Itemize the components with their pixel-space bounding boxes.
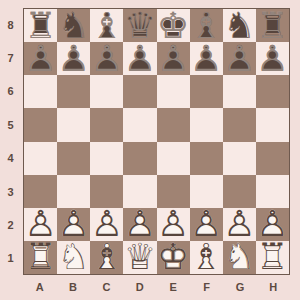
file-label-d: D — [123, 277, 156, 297]
piece-black-pawn[interactable]: ♟♙ — [223, 42, 256, 75]
chess-app: ♜♖♞♘♝♗♛♕♚♔♝♗♞♘♜♖♟♙♟♙♟♙♟♙♟♙♟♙♟♙♟♙♟♙♟♙♟♙♟♙… — [0, 0, 300, 300]
piece-black-rook[interactable]: ♜♖ — [24, 9, 57, 42]
piece-white-pawn[interactable]: ♟♙ — [190, 208, 223, 241]
piece-outline-glyph: ♕ — [123, 241, 156, 274]
square-b1[interactable]: ♞♘ — [57, 241, 90, 274]
piece-white-pawn[interactable]: ♟♙ — [157, 208, 190, 241]
square-c1[interactable]: ♝♗ — [90, 241, 123, 274]
square-c8[interactable]: ♝♗ — [90, 9, 123, 42]
square-g4[interactable] — [223, 142, 256, 175]
piece-outline-glyph: ♘ — [223, 9, 256, 42]
square-e4[interactable] — [157, 142, 190, 175]
piece-outline-glyph: ♙ — [24, 208, 57, 241]
piece-white-pawn[interactable]: ♟♙ — [256, 208, 289, 241]
square-c7[interactable]: ♟♙ — [90, 42, 123, 75]
piece-black-pawn[interactable]: ♟♙ — [90, 42, 123, 75]
square-e7[interactable]: ♟♙ — [157, 42, 190, 75]
piece-fill-glyph: ♞ — [223, 9, 256, 42]
square-c6[interactable] — [90, 75, 123, 108]
square-d8[interactable]: ♛♕ — [123, 9, 156, 42]
square-a6[interactable] — [24, 75, 57, 108]
piece-outline-glyph: ♙ — [157, 208, 190, 241]
file-label-h: H — [257, 277, 290, 297]
square-g8[interactable]: ♞♘ — [223, 9, 256, 42]
piece-fill-glyph: ♟ — [256, 208, 289, 241]
piece-fill-glyph: ♜ — [256, 9, 289, 42]
piece-fill-glyph: ♟ — [190, 42, 223, 75]
piece-fill-glyph: ♛ — [123, 9, 156, 42]
piece-fill-glyph: ♜ — [24, 241, 57, 274]
piece-outline-glyph: ♗ — [90, 241, 123, 274]
piece-outline-glyph: ♕ — [123, 9, 156, 42]
square-g5[interactable] — [223, 108, 256, 141]
piece-black-pawn[interactable]: ♟♙ — [123, 42, 156, 75]
piece-fill-glyph: ♟ — [24, 208, 57, 241]
piece-outline-glyph: ♙ — [90, 208, 123, 241]
piece-outline-glyph: ♙ — [190, 208, 223, 241]
rank-label-5: 5 — [0, 108, 21, 141]
piece-outline-glyph: ♖ — [24, 9, 57, 42]
piece-black-rook[interactable]: ♜♖ — [256, 9, 289, 42]
square-d5[interactable] — [123, 108, 156, 141]
piece-fill-glyph: ♟ — [157, 42, 190, 75]
piece-outline-glyph: ♔ — [157, 241, 190, 274]
piece-black-pawn[interactable]: ♟♙ — [190, 42, 223, 75]
piece-outline-glyph: ♙ — [57, 208, 90, 241]
piece-outline-glyph: ♘ — [57, 241, 90, 274]
piece-white-knight[interactable]: ♞♘ — [223, 241, 256, 274]
square-b8[interactable]: ♞♘ — [57, 9, 90, 42]
piece-white-pawn[interactable]: ♟♙ — [123, 208, 156, 241]
piece-fill-glyph: ♟ — [90, 42, 123, 75]
piece-black-king[interactable]: ♚♔ — [157, 9, 190, 42]
piece-white-pawn[interactable]: ♟♙ — [223, 208, 256, 241]
square-g1[interactable]: ♞♘ — [223, 241, 256, 274]
piece-fill-glyph: ♝ — [190, 9, 223, 42]
square-a7[interactable]: ♟♙ — [24, 42, 57, 75]
piece-fill-glyph: ♟ — [190, 208, 223, 241]
piece-white-rook[interactable]: ♜♖ — [24, 241, 57, 274]
piece-fill-glyph: ♟ — [157, 208, 190, 241]
piece-outline-glyph: ♘ — [223, 241, 256, 274]
piece-white-bishop[interactable]: ♝♗ — [90, 241, 123, 274]
piece-outline-glyph: ♘ — [57, 9, 90, 42]
square-g6[interactable] — [223, 75, 256, 108]
square-d3[interactable] — [123, 175, 156, 208]
piece-white-knight[interactable]: ♞♘ — [57, 241, 90, 274]
square-h2[interactable]: ♟♙ — [256, 208, 289, 241]
square-a2[interactable]: ♟♙ — [24, 208, 57, 241]
piece-outline-glyph: ♙ — [223, 208, 256, 241]
square-a5[interactable] — [24, 108, 57, 141]
piece-outline-glyph: ♖ — [256, 241, 289, 274]
piece-outline-glyph: ♙ — [256, 42, 289, 75]
square-c3[interactable] — [90, 175, 123, 208]
square-g7[interactable]: ♟♙ — [223, 42, 256, 75]
piece-black-knight[interactable]: ♞♘ — [57, 9, 90, 42]
piece-outline-glyph: ♙ — [123, 42, 156, 75]
square-h5[interactable] — [256, 108, 289, 141]
square-f2[interactable]: ♟♙ — [190, 208, 223, 241]
square-h6[interactable] — [256, 75, 289, 108]
piece-fill-glyph: ♟ — [223, 208, 256, 241]
file-label-g: G — [223, 277, 256, 297]
piece-outline-glyph: ♙ — [90, 42, 123, 75]
piece-black-bishop[interactable]: ♝♗ — [90, 9, 123, 42]
piece-white-pawn[interactable]: ♟♙ — [57, 208, 90, 241]
rank-label-3: 3 — [0, 175, 21, 208]
square-f6[interactable] — [190, 75, 223, 108]
square-b4[interactable] — [57, 142, 90, 175]
square-f1[interactable]: ♝♗ — [190, 241, 223, 274]
piece-fill-glyph: ♜ — [24, 9, 57, 42]
square-a1[interactable]: ♜♖ — [24, 241, 57, 274]
file-label-b: B — [56, 277, 89, 297]
square-b6[interactable] — [57, 75, 90, 108]
square-e1[interactable]: ♚♔ — [157, 241, 190, 274]
rank-label-4: 4 — [0, 142, 21, 175]
piece-outline-glyph: ♙ — [123, 208, 156, 241]
file-label-f: F — [190, 277, 223, 297]
piece-fill-glyph: ♟ — [90, 208, 123, 241]
square-a4[interactable] — [24, 142, 57, 175]
rank-label-2: 2 — [0, 208, 21, 241]
piece-fill-glyph: ♚ — [157, 241, 190, 274]
square-f7[interactable]: ♟♙ — [190, 42, 223, 75]
square-g2[interactable]: ♟♙ — [223, 208, 256, 241]
square-h7[interactable]: ♟♙ — [256, 42, 289, 75]
square-d7[interactable]: ♟♙ — [123, 42, 156, 75]
square-e6[interactable] — [157, 75, 190, 108]
square-f5[interactable] — [190, 108, 223, 141]
file-label-a: A — [23, 277, 56, 297]
piece-fill-glyph: ♟ — [57, 208, 90, 241]
piece-outline-glyph: ♙ — [256, 208, 289, 241]
piece-outline-glyph: ♔ — [157, 9, 190, 42]
piece-fill-glyph: ♟ — [57, 42, 90, 75]
piece-outline-glyph: ♗ — [190, 9, 223, 42]
piece-outline-glyph: ♙ — [190, 42, 223, 75]
square-f3[interactable] — [190, 175, 223, 208]
square-c5[interactable] — [90, 108, 123, 141]
piece-white-pawn[interactable]: ♟♙ — [90, 208, 123, 241]
square-e2[interactable]: ♟♙ — [157, 208, 190, 241]
piece-black-pawn[interactable]: ♟♙ — [24, 42, 57, 75]
square-h8[interactable]: ♜♖ — [256, 9, 289, 42]
square-c4[interactable] — [90, 142, 123, 175]
piece-outline-glyph: ♖ — [256, 9, 289, 42]
piece-fill-glyph: ♟ — [256, 42, 289, 75]
square-e8[interactable]: ♚♔ — [157, 9, 190, 42]
piece-black-queen[interactable]: ♛♕ — [123, 9, 156, 42]
square-b5[interactable] — [57, 108, 90, 141]
file-label-c: C — [90, 277, 123, 297]
square-g3[interactable] — [223, 175, 256, 208]
piece-fill-glyph: ♜ — [256, 241, 289, 274]
piece-fill-glyph: ♟ — [123, 208, 156, 241]
piece-fill-glyph: ♞ — [57, 9, 90, 42]
piece-black-pawn[interactable]: ♟♙ — [57, 42, 90, 75]
piece-outline-glyph: ♙ — [223, 42, 256, 75]
piece-fill-glyph: ♟ — [123, 42, 156, 75]
piece-white-queen[interactable]: ♛♕ — [123, 241, 156, 274]
square-b3[interactable] — [57, 175, 90, 208]
file-label-e: E — [157, 277, 190, 297]
square-h1[interactable]: ♜♖ — [256, 241, 289, 274]
square-d4[interactable] — [123, 142, 156, 175]
piece-fill-glyph: ♞ — [57, 241, 90, 274]
square-d6[interactable] — [123, 75, 156, 108]
square-a8[interactable]: ♜♖ — [24, 9, 57, 42]
square-e5[interactable] — [157, 108, 190, 141]
piece-fill-glyph: ♟ — [223, 42, 256, 75]
square-e3[interactable] — [157, 175, 190, 208]
piece-black-knight[interactable]: ♞♘ — [223, 9, 256, 42]
rank-label-7: 7 — [0, 41, 21, 74]
rank-label-6: 6 — [0, 75, 21, 108]
square-b2[interactable]: ♟♙ — [57, 208, 90, 241]
piece-black-pawn[interactable]: ♟♙ — [256, 42, 289, 75]
piece-black-bishop[interactable]: ♝♗ — [190, 9, 223, 42]
piece-fill-glyph: ♝ — [90, 9, 123, 42]
rank-label-8: 8 — [0, 8, 21, 41]
square-h3[interactable] — [256, 175, 289, 208]
piece-outline-glyph: ♖ — [24, 241, 57, 274]
piece-outline-glyph: ♗ — [190, 241, 223, 274]
square-h4[interactable] — [256, 142, 289, 175]
piece-fill-glyph: ♛ — [123, 241, 156, 274]
square-d2[interactable]: ♟♙ — [123, 208, 156, 241]
square-b7[interactable]: ♟♙ — [57, 42, 90, 75]
piece-white-pawn[interactable]: ♟♙ — [24, 208, 57, 241]
rank-label-1: 1 — [0, 242, 21, 275]
piece-outline-glyph: ♗ — [90, 9, 123, 42]
chess-board: ♜♖♞♘♝♗♛♕♚♔♝♗♞♘♜♖♟♙♟♙♟♙♟♙♟♙♟♙♟♙♟♙♟♙♟♙♟♙♟♙… — [23, 8, 290, 275]
square-c2[interactable]: ♟♙ — [90, 208, 123, 241]
piece-white-king[interactable]: ♚♔ — [157, 241, 190, 274]
piece-fill-glyph: ♚ — [157, 9, 190, 42]
square-f8[interactable]: ♝♗ — [190, 9, 223, 42]
piece-white-rook[interactable]: ♜♖ — [256, 241, 289, 274]
square-a3[interactable] — [24, 175, 57, 208]
piece-fill-glyph: ♝ — [190, 241, 223, 274]
piece-outline-glyph: ♙ — [157, 42, 190, 75]
piece-black-pawn[interactable]: ♟♙ — [157, 42, 190, 75]
piece-fill-glyph: ♟ — [24, 42, 57, 75]
piece-white-bishop[interactable]: ♝♗ — [190, 241, 223, 274]
piece-outline-glyph: ♙ — [24, 42, 57, 75]
piece-fill-glyph: ♞ — [223, 241, 256, 274]
piece-outline-glyph: ♙ — [57, 42, 90, 75]
square-d1[interactable]: ♛♕ — [123, 241, 156, 274]
piece-fill-glyph: ♝ — [90, 241, 123, 274]
square-f4[interactable] — [190, 142, 223, 175]
